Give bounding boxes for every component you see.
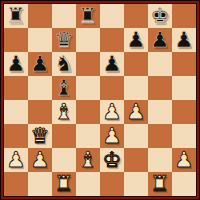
piece-white-pawn-b2[interactable]: ♟ bbox=[30, 148, 49, 172]
square-d6[interactable] bbox=[76, 52, 100, 76]
piece-black-queen-c7[interactable]: ♛ bbox=[54, 28, 73, 52]
square-f3[interactable] bbox=[124, 124, 148, 148]
square-a8[interactable]: ♜ bbox=[4, 4, 28, 28]
square-f8[interactable] bbox=[124, 4, 148, 28]
square-f2[interactable] bbox=[124, 148, 148, 172]
square-f7[interactable]: ♟ bbox=[124, 28, 148, 52]
piece-black-rook-a8[interactable]: ♜ bbox=[6, 4, 25, 28]
square-e3[interactable]: ♟ bbox=[100, 124, 124, 148]
square-c4[interactable]: ♝ bbox=[52, 100, 76, 124]
piece-black-pawn-h7[interactable]: ♟ bbox=[174, 28, 193, 52]
piece-white-pawn-e3[interactable]: ♟ bbox=[102, 124, 121, 148]
square-h7[interactable]: ♟ bbox=[172, 28, 196, 52]
square-h1[interactable] bbox=[172, 172, 196, 196]
piece-black-bishop-c5[interactable]: ♝ bbox=[54, 76, 73, 100]
piece-white-queen-b3[interactable]: ♛ bbox=[30, 124, 49, 148]
square-g5[interactable] bbox=[148, 76, 172, 100]
piece-black-knight-c6[interactable]: ♞ bbox=[54, 52, 73, 76]
square-f5[interactable] bbox=[124, 76, 148, 100]
square-d7[interactable] bbox=[76, 28, 100, 52]
square-b5[interactable] bbox=[28, 76, 52, 100]
square-d8[interactable]: ♜ bbox=[76, 4, 100, 28]
square-c2[interactable] bbox=[52, 148, 76, 172]
piece-white-king-e2[interactable]: ♚ bbox=[102, 148, 121, 172]
piece-white-bishop-c4[interactable]: ♝ bbox=[54, 100, 73, 124]
square-f1[interactable] bbox=[124, 172, 148, 196]
piece-black-pawn-e6[interactable]: ♟ bbox=[102, 52, 121, 76]
piece-black-king-g8[interactable]: ♚ bbox=[150, 4, 169, 28]
square-c8[interactable] bbox=[52, 4, 76, 28]
square-d1[interactable] bbox=[76, 172, 100, 196]
piece-white-pawn-f4[interactable]: ♟ bbox=[126, 100, 145, 124]
square-g2[interactable] bbox=[148, 148, 172, 172]
square-g3[interactable] bbox=[148, 124, 172, 148]
piece-black-pawn-b6[interactable]: ♟ bbox=[30, 52, 49, 76]
square-b7[interactable] bbox=[28, 28, 52, 52]
square-h6[interactable] bbox=[172, 52, 196, 76]
chess-board: ♜♜♚♛♟♟♟♟♟♞♟♝♝♟♟♛♟♟♟♝♚♟♜♜ bbox=[4, 4, 196, 196]
square-a6[interactable]: ♟ bbox=[4, 52, 28, 76]
square-b1[interactable] bbox=[28, 172, 52, 196]
square-h5[interactable] bbox=[172, 76, 196, 100]
square-h3[interactable] bbox=[172, 124, 196, 148]
square-b6[interactable]: ♟ bbox=[28, 52, 52, 76]
square-b2[interactable]: ♟ bbox=[28, 148, 52, 172]
square-a7[interactable] bbox=[4, 28, 28, 52]
square-e8[interactable] bbox=[100, 4, 124, 28]
square-c1[interactable]: ♜ bbox=[52, 172, 76, 196]
square-d4[interactable] bbox=[76, 100, 100, 124]
square-h4[interactable] bbox=[172, 100, 196, 124]
square-h8[interactable] bbox=[172, 4, 196, 28]
square-g4[interactable] bbox=[148, 100, 172, 124]
square-c5[interactable]: ♝ bbox=[52, 76, 76, 100]
square-a4[interactable] bbox=[4, 100, 28, 124]
square-e5[interactable] bbox=[100, 76, 124, 100]
square-d5[interactable] bbox=[76, 76, 100, 100]
square-c6[interactable]: ♞ bbox=[52, 52, 76, 76]
square-h2[interactable]: ♟ bbox=[172, 148, 196, 172]
square-e2[interactable]: ♚ bbox=[100, 148, 124, 172]
square-f4[interactable]: ♟ bbox=[124, 100, 148, 124]
piece-white-rook-c1[interactable]: ♜ bbox=[54, 172, 73, 196]
piece-black-rook-d8[interactable]: ♜ bbox=[78, 4, 97, 28]
square-g1[interactable]: ♜ bbox=[148, 172, 172, 196]
square-b8[interactable] bbox=[28, 4, 52, 28]
piece-white-rook-g1[interactable]: ♜ bbox=[150, 172, 169, 196]
square-g7[interactable]: ♟ bbox=[148, 28, 172, 52]
piece-white-pawn-a2[interactable]: ♟ bbox=[6, 148, 25, 172]
square-b4[interactable] bbox=[28, 100, 52, 124]
piece-white-pawn-e4[interactable]: ♟ bbox=[102, 100, 121, 124]
square-c7[interactable]: ♛ bbox=[52, 28, 76, 52]
square-a5[interactable] bbox=[4, 76, 28, 100]
square-c3[interactable] bbox=[52, 124, 76, 148]
piece-black-pawn-g7[interactable]: ♟ bbox=[150, 28, 169, 52]
piece-white-bishop-d2[interactable]: ♝ bbox=[78, 148, 97, 172]
square-d2[interactable]: ♝ bbox=[76, 148, 100, 172]
square-e6[interactable]: ♟ bbox=[100, 52, 124, 76]
board-frame: ♜♜♚♛♟♟♟♟♟♞♟♝♝♟♟♛♟♟♟♝♚♟♜♜ bbox=[0, 0, 200, 200]
square-e4[interactable]: ♟ bbox=[100, 100, 124, 124]
square-a1[interactable] bbox=[4, 172, 28, 196]
square-e7[interactable] bbox=[100, 28, 124, 52]
square-f6[interactable] bbox=[124, 52, 148, 76]
square-b3[interactable]: ♛ bbox=[28, 124, 52, 148]
piece-black-pawn-a6[interactable]: ♟ bbox=[6, 52, 25, 76]
square-g8[interactable]: ♚ bbox=[148, 4, 172, 28]
square-d3[interactable] bbox=[76, 124, 100, 148]
square-a2[interactable]: ♟ bbox=[4, 148, 28, 172]
square-g6[interactable] bbox=[148, 52, 172, 76]
square-a3[interactable] bbox=[4, 124, 28, 148]
piece-white-pawn-h2[interactable]: ♟ bbox=[174, 148, 193, 172]
square-e1[interactable] bbox=[100, 172, 124, 196]
piece-black-pawn-f7[interactable]: ♟ bbox=[126, 28, 145, 52]
